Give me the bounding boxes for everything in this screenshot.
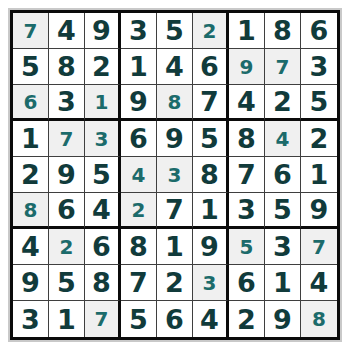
cell-r1c5[interactable]: 5 <box>157 13 193 49</box>
cell-r6c2[interactable]: 6 <box>49 193 85 229</box>
cell-r4c3[interactable]: 3 <box>85 121 121 157</box>
cell-r6c5[interactable]: 7 <box>157 193 193 229</box>
cell-r9c6[interactable]: 4 <box>193 301 229 337</box>
cell-r1c4[interactable]: 3 <box>121 13 157 49</box>
cell-r8c3[interactable]: 8 <box>85 265 121 301</box>
cell-r3c8[interactable]: 2 <box>265 85 301 121</box>
cell-r2c9[interactable]: 3 <box>301 49 337 85</box>
cell-r1c3[interactable]: 9 <box>85 13 121 49</box>
cell-r7c4[interactable]: 8 <box>121 229 157 265</box>
cell-r7c9[interactable]: 7 <box>301 229 337 265</box>
sudoku-page: 7493521865821469736319874251736958422954… <box>0 0 350 350</box>
cell-r9c8[interactable]: 9 <box>265 301 301 337</box>
sudoku-board: 7493521865821469736319874251736958422954… <box>10 10 340 340</box>
cell-r5c6[interactable]: 8 <box>193 157 229 193</box>
cell-r5c1[interactable]: 2 <box>13 157 49 193</box>
cell-r3c2[interactable]: 3 <box>49 85 85 121</box>
cell-r8c9[interactable]: 4 <box>301 265 337 301</box>
cell-r8c8[interactable]: 1 <box>265 265 301 301</box>
cell-r2c6[interactable]: 6 <box>193 49 229 85</box>
cell-r5c8[interactable]: 6 <box>265 157 301 193</box>
cell-r2c1[interactable]: 5 <box>13 49 49 85</box>
cell-r9c4[interactable]: 5 <box>121 301 157 337</box>
cell-r3c5[interactable]: 8 <box>157 85 193 121</box>
cell-r6c4[interactable]: 2 <box>121 193 157 229</box>
cell-r7c7[interactable]: 5 <box>229 229 265 265</box>
cell-r5c5[interactable]: 3 <box>157 157 193 193</box>
cell-r4c2[interactable]: 7 <box>49 121 85 157</box>
cell-r2c7[interactable]: 9 <box>229 49 265 85</box>
cell-r1c6[interactable]: 2 <box>193 13 229 49</box>
cell-r3c4[interactable]: 9 <box>121 85 157 121</box>
cell-r9c2[interactable]: 1 <box>49 301 85 337</box>
cell-r8c1[interactable]: 9 <box>13 265 49 301</box>
cell-r5c3[interactable]: 5 <box>85 157 121 193</box>
cell-r5c2[interactable]: 9 <box>49 157 85 193</box>
cell-r2c3[interactable]: 2 <box>85 49 121 85</box>
cell-r3c1[interactable]: 6 <box>13 85 49 121</box>
cell-r4c9[interactable]: 2 <box>301 121 337 157</box>
cell-r1c8[interactable]: 8 <box>265 13 301 49</box>
cell-r4c8[interactable]: 4 <box>265 121 301 157</box>
cell-r8c5[interactable]: 2 <box>157 265 193 301</box>
cell-r8c6[interactable]: 3 <box>193 265 229 301</box>
cell-r1c2[interactable]: 4 <box>49 13 85 49</box>
cell-r4c6[interactable]: 5 <box>193 121 229 157</box>
cell-r7c1[interactable]: 4 <box>13 229 49 265</box>
cell-r8c7[interactable]: 6 <box>229 265 265 301</box>
cell-r5c9[interactable]: 1 <box>301 157 337 193</box>
cell-r4c5[interactable]: 9 <box>157 121 193 157</box>
cell-r9c3[interactable]: 7 <box>85 301 121 337</box>
cell-r9c1[interactable]: 3 <box>13 301 49 337</box>
cell-r5c4[interactable]: 4 <box>121 157 157 193</box>
sudoku-board-frame: 7493521865821469736319874251736958422954… <box>8 8 342 342</box>
cell-r6c3[interactable]: 4 <box>85 193 121 229</box>
cell-r3c3[interactable]: 1 <box>85 85 121 121</box>
cell-r7c6[interactable]: 9 <box>193 229 229 265</box>
cell-r2c2[interactable]: 8 <box>49 49 85 85</box>
cell-r1c1[interactable]: 7 <box>13 13 49 49</box>
cell-r6c9[interactable]: 9 <box>301 193 337 229</box>
cell-r2c8[interactable]: 7 <box>265 49 301 85</box>
cell-r7c8[interactable]: 3 <box>265 229 301 265</box>
cell-r7c3[interactable]: 6 <box>85 229 121 265</box>
cell-r8c2[interactable]: 5 <box>49 265 85 301</box>
cell-r9c5[interactable]: 6 <box>157 301 193 337</box>
cell-r6c6[interactable]: 1 <box>193 193 229 229</box>
cell-r1c7[interactable]: 1 <box>229 13 265 49</box>
cell-r4c4[interactable]: 6 <box>121 121 157 157</box>
cell-r9c9[interactable]: 8 <box>301 301 337 337</box>
cell-r6c8[interactable]: 5 <box>265 193 301 229</box>
cell-r4c1[interactable]: 1 <box>13 121 49 157</box>
cell-r3c9[interactable]: 5 <box>301 85 337 121</box>
cell-r3c7[interactable]: 4 <box>229 85 265 121</box>
cell-r1c9[interactable]: 6 <box>301 13 337 49</box>
cell-r4c7[interactable]: 8 <box>229 121 265 157</box>
cell-r8c4[interactable]: 7 <box>121 265 157 301</box>
cell-r6c1[interactable]: 8 <box>13 193 49 229</box>
cell-r2c5[interactable]: 4 <box>157 49 193 85</box>
cell-r5c7[interactable]: 7 <box>229 157 265 193</box>
cell-r9c7[interactable]: 2 <box>229 301 265 337</box>
cell-r2c4[interactable]: 1 <box>121 49 157 85</box>
cell-r7c2[interactable]: 2 <box>49 229 85 265</box>
cell-r6c7[interactable]: 3 <box>229 193 265 229</box>
cell-r7c5[interactable]: 1 <box>157 229 193 265</box>
cell-r3c6[interactable]: 7 <box>193 85 229 121</box>
